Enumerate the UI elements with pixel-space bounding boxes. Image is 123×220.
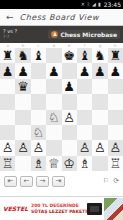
mute-icon: ✕ (81, 0, 85, 9)
square-a2[interactable]: ♙ (0, 140, 15, 155)
square-g3[interactable] (92, 125, 107, 140)
white-knight: ♘ (48, 111, 60, 124)
white-pawn: ♙ (33, 141, 45, 154)
square-b5[interactable] (15, 94, 30, 109)
chess-microbase-logo-icon: ♟ (51, 31, 58, 38)
square-b3[interactable] (15, 125, 30, 140)
square-a1[interactable]: ♖ (0, 156, 15, 171)
square-g1[interactable] (92, 156, 107, 171)
square-a8[interactable]: ♜ (0, 48, 15, 63)
square-e4[interactable]: ♙ (62, 110, 77, 125)
next-move-button[interactable]: → (36, 176, 49, 187)
square-a4[interactable] (0, 110, 15, 125)
status-bar: ✕ ᛒ ◢ ▮ 23:45 (0, 0, 123, 9)
result-label: ?-? (3, 35, 17, 40)
black-knight: ♞ (94, 49, 106, 62)
square-f1[interactable]: ♗ (77, 156, 92, 171)
white-pawn: ♙ (17, 141, 29, 154)
square-h3[interactable] (108, 125, 123, 140)
square-d5[interactable] (46, 94, 61, 109)
square-f6[interactable] (77, 79, 92, 94)
black-pawn: ♟ (2, 65, 14, 78)
square-b1[interactable] (15, 156, 30, 171)
black-pawn: ♟ (17, 65, 29, 78)
square-d3[interactable] (46, 125, 61, 140)
app-window: ✕ ᛒ ◢ ▮ 23:45 ← Chess Board View ? vs ? … (0, 0, 123, 220)
white-bishop: ♗ (33, 157, 45, 170)
first-move-button[interactable]: ⇤ (4, 176, 17, 187)
square-f5[interactable] (77, 94, 92, 109)
black-queen: ♛ (17, 80, 29, 93)
ad-brand-logo: VESTEL (0, 205, 31, 212)
page-title: Chess Board View (20, 13, 100, 22)
white-pawn: ♙ (63, 111, 75, 124)
chess-microbase-label: Chess Microbase (60, 31, 117, 38)
white-pawn: ♙ (79, 141, 91, 154)
title-bar: ← Chess Board View (0, 9, 123, 26)
square-g8[interactable]: ♞ (92, 48, 107, 63)
white-pawn: ♙ (109, 141, 121, 154)
square-d4[interactable]: ♘ (46, 110, 61, 125)
square-c2[interactable]: ♙ (31, 140, 46, 155)
ad-line2: SÜTAŞ LEZZET PAKETİ (31, 209, 87, 214)
square-d1[interactable]: ♕ (46, 156, 61, 171)
square-g5[interactable] (92, 94, 107, 109)
black-pawn: ♟ (94, 65, 106, 78)
square-h4[interactable] (108, 110, 123, 125)
ad-product-image (104, 198, 123, 220)
white-bishop: ♗ (79, 157, 91, 170)
square-c4[interactable] (31, 110, 46, 125)
square-g6[interactable] (92, 79, 107, 94)
square-e1[interactable]: ♔ (62, 156, 77, 171)
white-rook: ♖ (2, 157, 14, 170)
square-c5[interactable] (31, 94, 46, 109)
square-f7[interactable]: ♟ (77, 63, 92, 78)
white-rook: ♖ (109, 157, 121, 170)
square-e8[interactable]: ♚ (62, 48, 77, 63)
chess-board: ♜♞♝♚♝♞♜♟♟♟♟♟♟♛♟♘♙♘♙♙♙♙♙♙♖♗♕♔♗♖ (0, 48, 123, 171)
square-h2[interactable]: ♙ (108, 140, 123, 155)
bluetooth-icon: ᛒ (87, 0, 90, 9)
square-g2[interactable]: ♙ (92, 140, 107, 155)
square-b6[interactable]: ♛ (15, 79, 30, 94)
black-rook: ♜ (109, 49, 121, 62)
square-c7[interactable] (31, 63, 46, 78)
square-f4[interactable] (77, 110, 92, 125)
players-info: ? vs ? ?-? (3, 29, 17, 40)
white-pawn: ♙ (94, 141, 106, 154)
square-f3[interactable] (77, 125, 92, 140)
black-knight: ♞ (17, 49, 29, 62)
square-c3[interactable]: ♘ (31, 125, 46, 140)
square-d2[interactable] (46, 140, 61, 155)
square-g7[interactable]: ♟ (92, 63, 107, 78)
square-g4[interactable] (92, 110, 107, 125)
rotate-board-icon[interactable]: ⟳ (113, 177, 119, 185)
square-h7[interactable]: ♟ (108, 63, 123, 78)
ad-text: 200 TL DEĞERİNDE SÜTAŞ LEZZET PAKETİ (31, 203, 87, 214)
white-pawn: ♙ (2, 141, 14, 154)
signal-icon: ◢ (92, 0, 96, 9)
flag-icon[interactable]: ⚐ (103, 177, 109, 185)
white-queen: ♕ (48, 157, 60, 170)
square-d6[interactable] (46, 79, 61, 94)
prev-move-button[interactable]: ← (20, 176, 33, 187)
black-king: ♚ (63, 49, 75, 62)
square-e5[interactable] (62, 94, 77, 109)
square-e7[interactable] (62, 63, 77, 78)
square-c1[interactable]: ♗ (31, 156, 46, 171)
black-bishop: ♝ (33, 49, 45, 62)
square-a6[interactable] (0, 79, 15, 94)
ad-banner[interactable]: VESTEL 200 TL DEĞERİNDE SÜTAŞ LEZZET PAK… (0, 196, 123, 220)
black-pawn: ♟ (63, 80, 75, 93)
square-h5[interactable] (108, 94, 123, 109)
square-e2[interactable] (62, 140, 77, 155)
square-f2[interactable]: ♙ (77, 140, 92, 155)
square-h1[interactable]: ♖ (108, 156, 123, 171)
white-knight: ♘ (33, 126, 45, 139)
square-d7[interactable]: ♟ (46, 63, 61, 78)
battery-icon: ▮ (98, 0, 101, 9)
square-f8[interactable]: ♝ (77, 48, 92, 63)
move-nav-group: ⇤ ← → ⇥ (4, 176, 65, 187)
square-e3[interactable] (62, 125, 77, 140)
clock: 23:45 (104, 0, 121, 9)
black-pawn: ♟ (48, 65, 60, 78)
square-a7[interactable]: ♟ (0, 63, 15, 78)
square-b2[interactable]: ♙ (15, 140, 30, 155)
move-toolbar: ⇤ ← → ⇥ ⚐ ⟳ (0, 171, 123, 191)
square-a3[interactable] (0, 125, 15, 140)
game-info-bar: ? vs ? ?-? ♟ Chess Microbase (0, 26, 123, 43)
black-rook: ♜ (2, 49, 14, 62)
ad-appliance-image (87, 203, 102, 215)
square-b8[interactable]: ♞ (15, 48, 30, 63)
square-d8[interactable] (46, 48, 61, 63)
white-king: ♔ (63, 157, 75, 170)
black-bishop: ♝ (79, 49, 91, 62)
chess-microbase-button[interactable]: ♟ Chess Microbase (48, 30, 120, 39)
black-pawn: ♟ (79, 65, 91, 78)
square-e6[interactable]: ♟ (62, 79, 77, 94)
black-pawn: ♟ (109, 65, 121, 78)
board-tools-group: ⚐ ⟳ (103, 177, 119, 185)
square-b7[interactable]: ♟ (15, 63, 30, 78)
square-c8[interactable]: ♝ (31, 48, 46, 63)
square-c6[interactable] (31, 79, 46, 94)
square-h8[interactable]: ♜ (108, 48, 123, 63)
back-button[interactable]: ← (6, 12, 14, 22)
square-a5[interactable] (0, 94, 15, 109)
last-move-button[interactable]: ⇥ (52, 176, 65, 187)
square-b4[interactable] (15, 110, 30, 125)
square-h6[interactable] (108, 79, 123, 94)
